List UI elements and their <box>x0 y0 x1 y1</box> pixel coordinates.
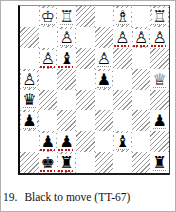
square-c8 <box>113 152 132 173</box>
square-d8 <box>95 152 114 173</box>
square-b5 <box>132 90 151 111</box>
square-g1: ♔ <box>39 6 58 27</box>
square-c7: ♝ <box>113 131 132 152</box>
square-f8: ♜ <box>57 152 76 173</box>
square-g2 <box>39 27 58 48</box>
piece-black-queen: ♛ <box>21 91 37 108</box>
piece-black-king: ♚ <box>40 154 56 171</box>
square-e6 <box>76 110 95 131</box>
square-f2: ♙ <box>57 27 76 48</box>
red-wavy-underline <box>58 66 74 68</box>
piece-white-pawn: ♙ <box>133 29 149 46</box>
square-g7: ♟ <box>39 131 58 152</box>
red-wavy-underline <box>40 149 56 151</box>
piece-baseline-dots <box>41 24 54 25</box>
square-h3 <box>20 48 39 69</box>
square-h7 <box>20 131 39 152</box>
piece-baseline-dots <box>153 128 166 129</box>
square-d4: ♟ <box>95 69 114 90</box>
red-wavy-underline <box>40 170 56 172</box>
square-f5 <box>57 90 76 111</box>
square-a3 <box>150 48 169 69</box>
piece-baseline-dots <box>153 87 166 88</box>
chess-board: ♔♖♗♖♙♙♙♙♙♝♙♙♟♕♛♟♟♟♟♝♚♜♜ <box>18 5 170 175</box>
red-wavy-underline <box>133 45 149 47</box>
square-h2 <box>20 27 39 48</box>
caption-text: Black to move (TT-67) <box>24 191 130 203</box>
piece-baseline-dots <box>116 24 129 25</box>
piece-white-rook: ♖ <box>58 8 74 25</box>
square-a1: ♖ <box>150 6 169 27</box>
square-e4 <box>76 69 95 90</box>
square-d2 <box>95 27 114 48</box>
square-c5 <box>113 90 132 111</box>
square-a8: ♜ <box>150 152 169 173</box>
square-a2: ♙ <box>150 27 169 48</box>
square-e2 <box>76 27 95 48</box>
square-h4: ♙ <box>20 69 39 90</box>
square-c1: ♗ <box>113 6 132 27</box>
square-h5: ♛ <box>20 90 39 111</box>
piece-white-pawn: ♙ <box>21 71 37 88</box>
square-a5 <box>150 90 169 111</box>
square-f4 <box>57 69 76 90</box>
square-d3: ♙ <box>95 48 114 69</box>
piece-white-pawn: ♙ <box>114 29 130 46</box>
square-b8 <box>132 152 151 173</box>
piece-white-king: ♔ <box>40 8 56 25</box>
red-wavy-underline <box>58 170 74 172</box>
square-c3 <box>113 48 132 69</box>
square-g3: ♙ <box>39 48 58 69</box>
piece-white-queen: ♕ <box>152 71 168 88</box>
piece-black-pawn: ♟ <box>96 71 112 88</box>
square-h8 <box>20 152 39 173</box>
diagram-caption: 19.Black to move (TT-67) <box>3 191 175 203</box>
piece-baseline-dots <box>23 128 36 129</box>
square-a7 <box>150 131 169 152</box>
square-c6 <box>113 110 132 131</box>
red-wavy-underline <box>151 45 167 47</box>
square-b1 <box>132 6 151 27</box>
square-e5 <box>76 90 95 111</box>
piece-black-pawn: ♟ <box>21 112 37 129</box>
square-d1 <box>95 6 114 27</box>
square-g4 <box>39 69 58 90</box>
piece-baseline-dots <box>60 45 73 46</box>
red-wavy-underline <box>114 45 130 47</box>
piece-black-pawn: ♟ <box>40 133 56 150</box>
square-b2: ♙ <box>132 27 151 48</box>
piece-white-pawn: ♙ <box>40 50 56 67</box>
square-f1: ♖ <box>57 6 76 27</box>
square-h1 <box>20 6 39 27</box>
square-e8 <box>76 152 95 173</box>
piece-black-rook: ♜ <box>58 154 74 171</box>
piece-white-pawn: ♙ <box>58 29 74 46</box>
piece-black-pawn: ♟ <box>152 112 168 129</box>
square-b3 <box>132 48 151 69</box>
square-g8: ♚ <box>39 152 58 173</box>
square-g6 <box>39 110 58 131</box>
square-e1 <box>76 6 95 27</box>
square-b4 <box>132 69 151 90</box>
square-c2: ♙ <box>113 27 132 48</box>
piece-white-rook: ♖ <box>152 8 168 25</box>
square-d6 <box>95 110 114 131</box>
square-a4: ♕ <box>150 69 169 90</box>
diagram-page: ♔♖♗♖♙♙♙♙♙♝♙♙♟♕♛♟♟♟♟♝♚♜♜ 19.Black to move… <box>0 0 176 212</box>
square-b7 <box>132 131 151 152</box>
piece-baseline-dots <box>116 149 129 150</box>
piece-baseline-dots <box>97 66 110 67</box>
piece-baseline-dots <box>153 170 166 171</box>
piece-white-pawn: ♙ <box>152 29 168 46</box>
red-wavy-underline <box>58 149 74 151</box>
piece-black-bishop: ♝ <box>114 133 130 150</box>
piece-baseline-dots <box>60 24 73 25</box>
piece-black-rook: ♜ <box>152 154 168 171</box>
diagram-number: 19. <box>3 191 17 203</box>
red-wavy-underline <box>40 66 56 68</box>
square-e3 <box>76 48 95 69</box>
square-b6 <box>132 110 151 131</box>
piece-white-bishop: ♗ <box>114 8 130 25</box>
piece-baseline-dots <box>153 24 166 25</box>
square-d5 <box>95 90 114 111</box>
square-f7: ♟ <box>57 131 76 152</box>
piece-white-pawn: ♙ <box>96 50 112 67</box>
square-c4 <box>113 69 132 90</box>
square-d7 <box>95 131 114 152</box>
piece-baseline-dots <box>23 107 36 108</box>
square-a6: ♟ <box>150 110 169 131</box>
piece-baseline-dots <box>23 87 36 88</box>
piece-black-bishop: ♝ <box>58 50 74 67</box>
piece-baseline-dots <box>97 87 110 88</box>
square-g5 <box>39 90 58 111</box>
square-f3: ♝ <box>57 48 76 69</box>
square-f6 <box>57 110 76 131</box>
square-h6: ♟ <box>20 110 39 131</box>
piece-black-pawn: ♟ <box>58 133 74 150</box>
square-e7 <box>76 131 95 152</box>
